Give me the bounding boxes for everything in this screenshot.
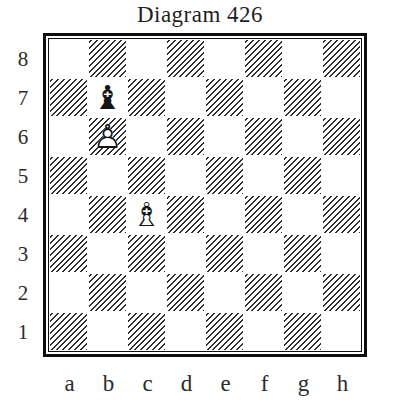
square-h3[interactable] xyxy=(322,234,361,273)
square-c6[interactable] xyxy=(127,117,166,156)
square-b8[interactable] xyxy=(88,39,127,78)
square-h8[interactable] xyxy=(322,39,361,78)
square-e7[interactable] xyxy=(205,78,244,117)
rank-labels: 87654321 xyxy=(10,40,36,352)
square-e8[interactable] xyxy=(205,39,244,78)
white-pawn-b6: ♙ xyxy=(88,117,127,156)
square-g7[interactable] xyxy=(283,78,322,117)
square-h5[interactable] xyxy=(322,156,361,195)
square-h1[interactable] xyxy=(322,312,361,351)
square-e4[interactable] xyxy=(205,195,244,234)
square-c3[interactable] xyxy=(127,234,166,273)
rank-label-4: 4 xyxy=(10,196,36,235)
file-label-e: e xyxy=(206,371,245,397)
file-label-d: d xyxy=(167,371,206,397)
square-d5[interactable] xyxy=(166,156,205,195)
square-e6[interactable] xyxy=(205,117,244,156)
square-c1[interactable] xyxy=(127,312,166,351)
square-f7[interactable] xyxy=(244,78,283,117)
square-c7[interactable] xyxy=(127,78,166,117)
square-d7[interactable] xyxy=(166,78,205,117)
board-inner-border: ♝♟♙♝♗ xyxy=(48,38,362,352)
square-b2[interactable] xyxy=(88,273,127,312)
square-g5[interactable] xyxy=(283,156,322,195)
square-f8[interactable] xyxy=(244,39,283,78)
square-f1[interactable] xyxy=(244,312,283,351)
square-a1[interactable] xyxy=(49,312,88,351)
square-g3[interactable] xyxy=(283,234,322,273)
square-h2[interactable] xyxy=(322,273,361,312)
square-h4[interactable] xyxy=(322,195,361,234)
square-f6[interactable] xyxy=(244,117,283,156)
square-d6[interactable] xyxy=(166,117,205,156)
square-g2[interactable] xyxy=(283,273,322,312)
square-h6[interactable] xyxy=(322,117,361,156)
file-label-b: b xyxy=(89,371,128,397)
square-e5[interactable] xyxy=(205,156,244,195)
square-b6[interactable]: ♟♙ xyxy=(88,117,127,156)
square-h7[interactable] xyxy=(322,78,361,117)
square-f3[interactable] xyxy=(244,234,283,273)
square-d1[interactable] xyxy=(166,312,205,351)
rank-label-8: 8 xyxy=(10,40,36,79)
square-d4[interactable] xyxy=(166,195,205,234)
file-label-a: a xyxy=(50,371,89,397)
square-f5[interactable] xyxy=(244,156,283,195)
square-e2[interactable] xyxy=(205,273,244,312)
rank-label-3: 3 xyxy=(10,235,36,274)
file-label-g: g xyxy=(284,371,323,397)
square-d8[interactable] xyxy=(166,39,205,78)
square-d3[interactable] xyxy=(166,234,205,273)
black-bishop-b7: ♝ xyxy=(88,78,127,117)
square-a8[interactable] xyxy=(49,39,88,78)
square-a6[interactable] xyxy=(49,117,88,156)
square-c4[interactable]: ♝♗ xyxy=(127,195,166,234)
file-label-f: f xyxy=(245,371,284,397)
square-b5[interactable] xyxy=(88,156,127,195)
rank-label-6: 6 xyxy=(10,118,36,157)
chess-diagram-page: Diagram 426 87654321 ♝♟♙♝♗ abcdefgh xyxy=(0,0,400,400)
square-f2[interactable] xyxy=(244,273,283,312)
square-c5[interactable] xyxy=(127,156,166,195)
square-b1[interactable] xyxy=(88,312,127,351)
square-g6[interactable] xyxy=(283,117,322,156)
diagram-title: Diagram 426 xyxy=(0,2,400,28)
board: ♝♟♙♝♗ xyxy=(49,39,361,351)
square-f4[interactable] xyxy=(244,195,283,234)
rank-label-7: 7 xyxy=(10,79,36,118)
rank-label-1: 1 xyxy=(10,313,36,352)
square-e1[interactable] xyxy=(205,312,244,351)
square-g1[interactable] xyxy=(283,312,322,351)
square-a5[interactable] xyxy=(49,156,88,195)
file-label-c: c xyxy=(128,371,167,397)
square-g8[interactable] xyxy=(283,39,322,78)
rank-label-5: 5 xyxy=(10,157,36,196)
white-bishop-c4: ♝ xyxy=(127,195,166,234)
square-e3[interactable] xyxy=(205,234,244,273)
square-b7[interactable]: ♝ xyxy=(88,78,127,117)
white-bishop-c4: ♗ xyxy=(127,195,166,234)
board-frame: ♝♟♙♝♗ xyxy=(43,33,367,357)
square-c8[interactable] xyxy=(127,39,166,78)
square-b4[interactable] xyxy=(88,195,127,234)
file-labels: abcdefgh xyxy=(50,371,362,397)
square-a7[interactable] xyxy=(49,78,88,117)
square-d2[interactable] xyxy=(166,273,205,312)
rank-label-2: 2 xyxy=(10,274,36,313)
square-a2[interactable] xyxy=(49,273,88,312)
white-pawn-b6: ♟ xyxy=(88,117,127,156)
square-b3[interactable] xyxy=(88,234,127,273)
square-a3[interactable] xyxy=(49,234,88,273)
square-c2[interactable] xyxy=(127,273,166,312)
file-label-h: h xyxy=(323,371,362,397)
square-a4[interactable] xyxy=(49,195,88,234)
square-g4[interactable] xyxy=(283,195,322,234)
